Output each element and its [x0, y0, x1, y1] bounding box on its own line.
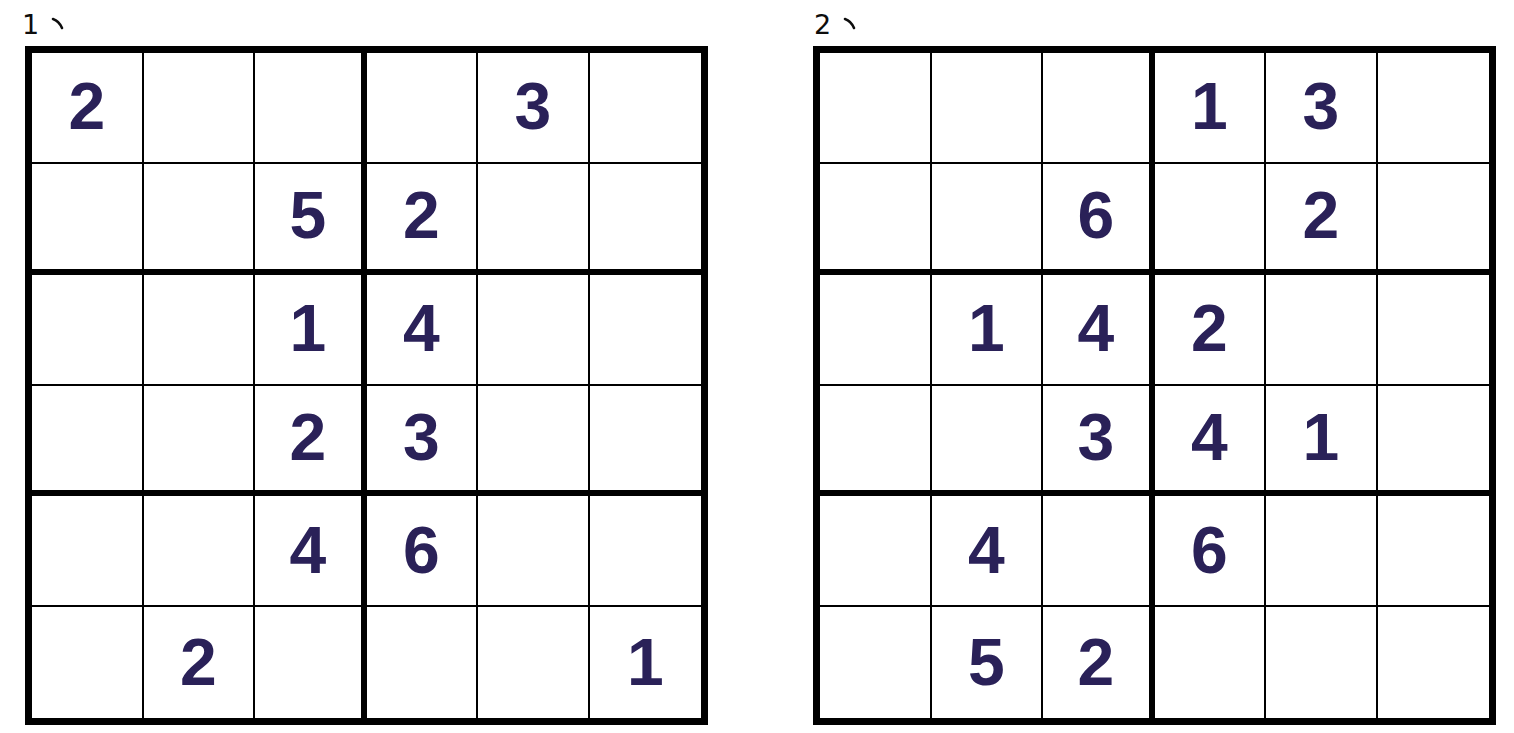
- given-digit: 5: [968, 629, 1005, 695]
- given-digit: 4: [968, 517, 1005, 583]
- given-digit: 3: [1077, 404, 1114, 470]
- given-digit: 1: [1302, 404, 1339, 470]
- p2-cell-r3c4: 2: [1155, 275, 1267, 386]
- p1-cell-r3c2[interactable]: [144, 275, 256, 386]
- p2-cell-r4c3: 3: [1043, 386, 1155, 497]
- p2-cell-r5c6[interactable]: [1378, 496, 1490, 607]
- p2-cell-r5c3[interactable]: [1043, 496, 1155, 607]
- p2-cell-r3c5[interactable]: [1266, 275, 1378, 386]
- sudoku-worksheet: 1 235214234621 2 13621423414652: [0, 0, 1514, 733]
- p2-cell-r1c1[interactable]: [820, 53, 932, 164]
- p2-cell-r6c6[interactable]: [1378, 607, 1490, 718]
- p1-cell-r3c6[interactable]: [590, 275, 702, 386]
- p2-cell-r1c6[interactable]: [1378, 53, 1490, 164]
- p2-cell-r6c2: 5: [932, 607, 1044, 718]
- p2-cell-r5c1[interactable]: [820, 496, 932, 607]
- ideographic-comma-icon: [842, 6, 857, 38]
- given-digit: 3: [1302, 73, 1339, 139]
- p2-cell-r1c3[interactable]: [1043, 53, 1155, 164]
- p2-cell-r6c1[interactable]: [820, 607, 932, 718]
- p2-cell-r2c1[interactable]: [820, 164, 932, 275]
- puzzle-2-label-number: 2: [814, 9, 832, 41]
- p2-cell-r4c5: 1: [1266, 386, 1378, 497]
- p1-cell-r3c1[interactable]: [32, 275, 144, 386]
- p1-cell-r5c1[interactable]: [32, 496, 144, 607]
- given-digit: 2: [68, 73, 105, 139]
- given-digit: 2: [403, 182, 440, 248]
- given-digit: 1: [289, 295, 326, 361]
- p1-cell-r6c6: 1: [590, 607, 702, 718]
- p2-cell-r2c6[interactable]: [1378, 164, 1490, 275]
- p1-cell-r1c6[interactable]: [590, 53, 702, 164]
- given-digit: 3: [403, 404, 440, 470]
- puzzle-1-label: 1: [22, 6, 65, 41]
- given-digit: 4: [1191, 404, 1228, 470]
- p1-cell-r6c5[interactable]: [478, 607, 590, 718]
- given-digit: 2: [1302, 182, 1339, 248]
- given-digit: 1: [968, 295, 1005, 361]
- p1-cell-r6c3[interactable]: [255, 607, 367, 718]
- given-digit: 2: [180, 629, 217, 695]
- given-digit: 5: [289, 182, 326, 248]
- puzzle-2-board: 13621423414652: [813, 46, 1496, 725]
- p1-cell-r3c3: 1: [255, 275, 367, 386]
- p1-cell-r4c5[interactable]: [478, 386, 590, 497]
- p1-cell-r5c3: 4: [255, 496, 367, 607]
- p1-cell-r5c4: 6: [367, 496, 479, 607]
- p2-cell-r3c1[interactable]: [820, 275, 932, 386]
- p2-cell-r1c2[interactable]: [932, 53, 1044, 164]
- p1-cell-r2c4: 2: [367, 164, 479, 275]
- p2-cell-r3c3: 4: [1043, 275, 1155, 386]
- p2-cell-r6c3: 2: [1043, 607, 1155, 718]
- p2-cell-r5c2: 4: [932, 496, 1044, 607]
- p2-cell-r4c6[interactable]: [1378, 386, 1490, 497]
- p1-cell-r6c1[interactable]: [32, 607, 144, 718]
- p2-cell-r1c4: 1: [1155, 53, 1267, 164]
- ideographic-comma-icon: [50, 6, 65, 38]
- p1-cell-r1c3[interactable]: [255, 53, 367, 164]
- given-digit: 2: [1077, 629, 1114, 695]
- p2-cell-r2c2[interactable]: [932, 164, 1044, 275]
- puzzle-1-board: 235214234621: [25, 46, 708, 725]
- p2-cell-r2c4[interactable]: [1155, 164, 1267, 275]
- given-digit: 6: [1191, 517, 1228, 583]
- p1-cell-r2c1[interactable]: [32, 164, 144, 275]
- p2-cell-r5c4: 6: [1155, 496, 1267, 607]
- p2-cell-r4c1[interactable]: [820, 386, 932, 497]
- given-digit: 2: [289, 404, 326, 470]
- p1-cell-r6c2: 2: [144, 607, 256, 718]
- given-digit: 1: [627, 629, 664, 695]
- p1-cell-r4c1[interactable]: [32, 386, 144, 497]
- given-digit: 4: [403, 295, 440, 361]
- p1-cell-r1c1: 2: [32, 53, 144, 164]
- p1-cell-r5c5[interactable]: [478, 496, 590, 607]
- given-digit: 6: [1077, 182, 1114, 248]
- p2-cell-r4c2[interactable]: [932, 386, 1044, 497]
- p1-cell-r4c6[interactable]: [590, 386, 702, 497]
- p1-cell-r5c2[interactable]: [144, 496, 256, 607]
- given-digit: 2: [1191, 295, 1228, 361]
- p2-cell-r3c6[interactable]: [1378, 275, 1490, 386]
- p2-cell-r4c4: 4: [1155, 386, 1267, 497]
- p2-cell-r2c3: 6: [1043, 164, 1155, 275]
- p1-cell-r2c5[interactable]: [478, 164, 590, 275]
- p2-cell-r2c5: 2: [1266, 164, 1378, 275]
- given-digit: 4: [289, 517, 326, 583]
- p2-cell-r6c5[interactable]: [1266, 607, 1378, 718]
- p2-cell-r6c4[interactable]: [1155, 607, 1267, 718]
- p1-cell-r4c2[interactable]: [144, 386, 256, 497]
- p1-cell-r4c4: 3: [367, 386, 479, 497]
- p1-cell-r1c2[interactable]: [144, 53, 256, 164]
- p1-cell-r1c5: 3: [478, 53, 590, 164]
- p1-cell-r2c6[interactable]: [590, 164, 702, 275]
- given-digit: 4: [1077, 295, 1114, 361]
- p1-cell-r3c5[interactable]: [478, 275, 590, 386]
- p1-cell-r4c3: 2: [255, 386, 367, 497]
- puzzle-1-label-number: 1: [22, 9, 40, 41]
- p1-cell-r2c2[interactable]: [144, 164, 256, 275]
- p2-cell-r3c2: 1: [932, 275, 1044, 386]
- p1-cell-r5c6[interactable]: [590, 496, 702, 607]
- p2-cell-r5c5[interactable]: [1266, 496, 1378, 607]
- p1-cell-r2c3: 5: [255, 164, 367, 275]
- p1-cell-r1c4[interactable]: [367, 53, 479, 164]
- given-digit: 1: [1191, 73, 1228, 139]
- given-digit: 6: [403, 517, 440, 583]
- p1-cell-r3c4: 4: [367, 275, 479, 386]
- given-digit: 3: [514, 73, 551, 139]
- p1-cell-r6c4[interactable]: [367, 607, 479, 718]
- puzzle-2-label: 2: [814, 6, 857, 41]
- p2-cell-r1c5: 3: [1266, 53, 1378, 164]
